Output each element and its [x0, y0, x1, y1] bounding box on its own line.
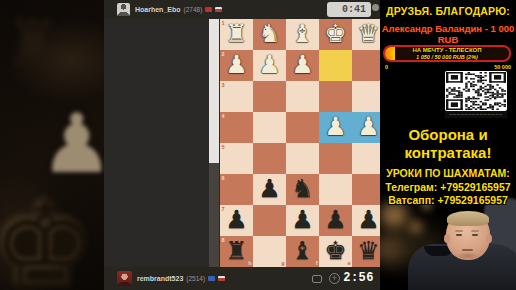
square-e1[interactable]: ♚ [319, 19, 352, 50]
square-g3[interactable] [253, 81, 286, 112]
stream-side-panel: ДРУЗЬЯ. БЛАГОДАРЮ: Александр Баландин - … [380, 0, 516, 290]
bottom-player-rating: (2514) [186, 275, 205, 282]
rank-label: 5 [222, 144, 225, 150]
white-pawn-piece: ♟ [220, 50, 253, 81]
bottom-player-flag-icon [208, 276, 215, 281]
black-pawn-piece: ♟ [319, 205, 352, 236]
ear [444, 234, 450, 243]
black-knight-piece: ♞ [286, 174, 319, 205]
streamer-face [446, 212, 490, 260]
top-player-avatar[interactable] [117, 3, 130, 16]
square-f4[interactable] [286, 112, 319, 143]
square-e7[interactable]: ♟ [319, 205, 352, 236]
lessons-ad: УРОКИ ПО ШАХМАТАМ: Телеграм: +7952916595… [380, 167, 516, 208]
lessons-whatsapp: Ватсапп: +79529165957 [380, 194, 516, 208]
square-g7[interactable] [253, 205, 286, 236]
rank-label: 2 [222, 51, 225, 57]
square-e6[interactable] [319, 174, 352, 205]
stream-overlay: ♜ ♟ ♚ Hoarhen_Ebo (2748) 0:41 ♜1♞♝♚♛♝♜♟2… [0, 0, 516, 290]
blurred-pawn-icon: ♟ [40, 96, 114, 191]
white-pawn-piece: ♟ [253, 50, 286, 81]
chin-shade [456, 252, 480, 260]
square-h2[interactable]: ♟2 [220, 50, 253, 81]
ear [486, 234, 492, 243]
mouth [462, 249, 473, 251]
goal-max-label: 50 000 [494, 64, 511, 70]
white-knight-piece: ♞ [253, 19, 286, 50]
square-e3[interactable] [319, 81, 352, 112]
donation-qr-code [445, 71, 507, 111]
stream-slogan: Оборона и контратака! [380, 126, 516, 162]
eyebrow [455, 230, 463, 232]
square-f2[interactable]: ♟ [286, 50, 319, 81]
donor-name-amount: Александр Баландин - 1 000 [380, 23, 516, 34]
goal-progress-text: 1 050 / 50 000 RUB (2%) [385, 54, 509, 60]
square-e5[interactable] [319, 143, 352, 174]
top-player-rating: (2748) [184, 6, 203, 13]
square-h8[interactable]: ♜8h [220, 236, 253, 267]
square-f7[interactable]: ♟ [286, 205, 319, 236]
file-label: f [316, 260, 318, 266]
top-player-flag-icon [205, 7, 212, 12]
square-g6[interactable]: ♟ [253, 174, 286, 205]
square-g8[interactable]: g [253, 236, 286, 267]
eye [456, 234, 462, 236]
square-g5[interactable] [253, 143, 286, 174]
qr-caption: ────────────── [445, 111, 507, 118]
bottom-player-clock: 2:56 [343, 271, 374, 285]
white-bishop-piece: ♝ [286, 19, 319, 50]
square-e8[interactable]: ♚e [319, 236, 352, 267]
rank-label: 4 [222, 113, 225, 119]
white-pawn-piece: ♟ [286, 50, 319, 81]
eye [472, 234, 478, 236]
white-pawn-piece: ♟ [319, 112, 352, 143]
square-f3[interactable] [286, 81, 319, 112]
square-h5[interactable]: 5 [220, 143, 253, 174]
bottom-player-badge-icon [218, 276, 225, 281]
bottom-player-bar: rembrandt523 (2514) + 2:56 [104, 267, 380, 290]
rank-label: 6 [222, 175, 225, 181]
black-pawn-piece: ♟ [253, 174, 286, 205]
bokeh-light [408, 220, 423, 234]
square-h6[interactable]: 6 [220, 174, 253, 205]
square-f5[interactable] [286, 143, 319, 174]
file-label: h [248, 260, 251, 266]
rank-label: 8 [222, 237, 225, 243]
black-pawn-piece: ♟ [286, 205, 319, 236]
donor-line: Александр Баландин - 1 000 RUB [380, 23, 516, 45]
white-king-piece: ♚ [319, 19, 352, 50]
black-bishop-piece: ♝ [286, 236, 319, 267]
lessons-title: УРОКИ ПО ШАХМАТАМ: [380, 167, 516, 181]
evaluation-bar-white [209, 19, 219, 163]
thanks-title: ДРУЗЬЯ. БЛАГОДАРЮ: [380, 5, 516, 17]
chat-icon[interactable] [312, 275, 322, 283]
square-h3[interactable]: 3 [220, 81, 253, 112]
blurred-rook-icon: ♜ [4, 6, 61, 80]
blurred-king-icon: ♚ [0, 178, 98, 290]
file-label: e [347, 260, 350, 266]
square-e2[interactable] [319, 50, 352, 81]
donation-goal-bar: НА МЕЧТУ - ТЕЛЕСКОП 1 050 / 50 000 RUB (… [383, 45, 511, 62]
rank-label: 7 [222, 206, 225, 212]
game-panel: Hoarhen_Ebo (2748) 0:41 ♜1♞♝♚♛♝♜♟2♟♟♟♟♟3… [104, 0, 380, 290]
square-e4[interactable]: ♟ [319, 112, 352, 143]
goal-min-label: 0 [385, 64, 388, 70]
rank-label: 1 [222, 20, 225, 26]
square-g1[interactable]: ♞ [253, 19, 286, 50]
bottom-player-avatar[interactable] [117, 271, 132, 286]
streamer-hair [447, 211, 489, 226]
eyebrow [471, 230, 479, 232]
bottom-player-name[interactable]: rembrandt523 [137, 275, 183, 282]
plus-circle-icon[interactable]: + [329, 273, 340, 284]
top-player-clock: 0:41 [327, 2, 371, 17]
rank-label: 3 [222, 82, 225, 88]
square-h4[interactable]: 4 [220, 112, 253, 143]
top-player-name[interactable]: Hoarhen_Ebo [135, 6, 181, 13]
square-f1[interactable]: ♝ [286, 19, 319, 50]
square-h1[interactable]: ♜1 [220, 19, 253, 50]
background-photo: ♜ ♟ ♚ [0, 0, 106, 290]
square-h7[interactable]: ♟7 [220, 205, 253, 236]
square-g2[interactable]: ♟ [253, 50, 286, 81]
top-player-bar: Hoarhen_Ebo (2748) 0:41 [104, 0, 380, 19]
square-f8[interactable]: ♝f [286, 236, 319, 267]
black-pawn-piece: ♟ [220, 205, 253, 236]
file-label: g [281, 260, 284, 266]
donor-currency: RUB [380, 34, 516, 45]
top-player-badge-icon [215, 7, 222, 12]
white-rook-piece: ♜ [220, 19, 253, 50]
settings-dot-icon[interactable] [372, 4, 379, 11]
square-f6[interactable]: ♞ [286, 174, 319, 205]
lessons-telegram: Телеграм: +79529165957 [380, 181, 516, 195]
square-g4[interactable] [253, 112, 286, 143]
evaluation-bar [209, 19, 219, 267]
